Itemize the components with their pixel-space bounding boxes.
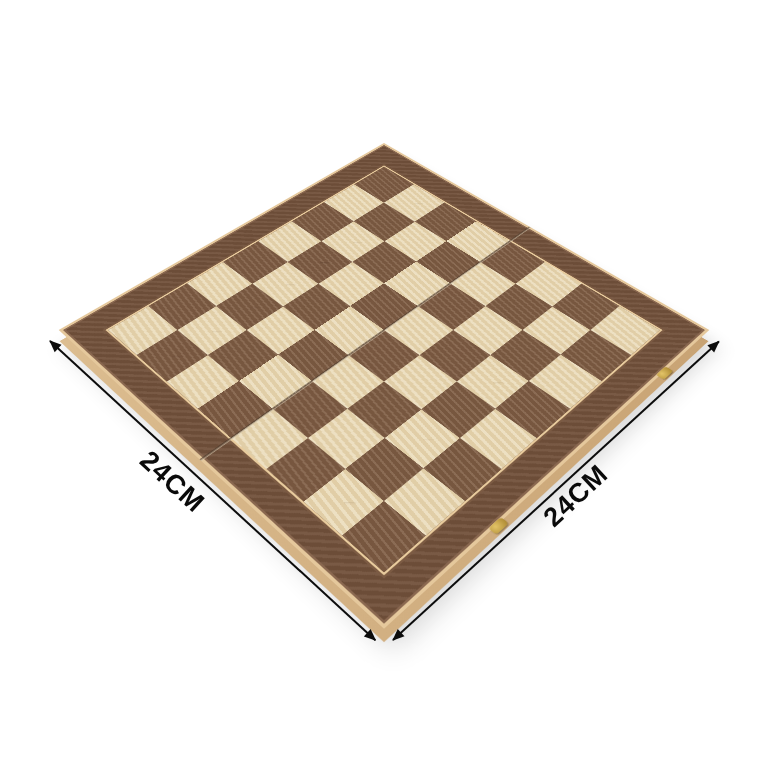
piece-black-pawn: ♟ (307, 223, 333, 266)
piece-black-knight: ♞ (338, 153, 370, 206)
piece-white-pawn: ♟ (328, 452, 361, 506)
piece-black-pawn: ♟ (198, 288, 226, 334)
square-f5 (384, 262, 450, 306)
piece-black-bishop: ♝ (201, 225, 239, 288)
board-scene: ♜♞♝♚♛♝♞♜♟♟♟♟♟♟♟♟♟♟♟♟♟♟♟♟♜♞♝♛♚♝♞♜ (154, 100, 614, 560)
piece-black-knight: ♞ (165, 251, 201, 311)
piece-black-pawn: ♟ (158, 312, 187, 360)
piece-black-pawn: ♟ (340, 203, 365, 245)
piece-white-pawn: ♟ (369, 421, 401, 474)
piece-black-bishop: ♝ (305, 167, 340, 226)
piece-black-pawn: ♟ (402, 166, 426, 206)
piece-white-knight: ♞ (404, 435, 447, 506)
piece-black-pawn: ♟ (236, 265, 263, 310)
square-a4 (231, 409, 307, 469)
chess-board: ♜♞♝♚♛♝♞♜♟♟♟♟♟♟♟♟♟♟♟♟♟♟♟♟♜♞♝♛♚♝♞♜ (59, 143, 710, 629)
brass-clasp-icon (656, 366, 673, 380)
piece-black-pawn: ♟ (273, 244, 300, 288)
piece-black-king: ♚ (234, 193, 278, 266)
piece-black-pawn: ♟ (372, 184, 397, 225)
piece-white-bishop: ♝ (441, 399, 486, 474)
piece-white-rook: ♜ (364, 474, 405, 542)
piece-black-rook: ♜ (126, 278, 160, 334)
brass-clasp-icon (488, 517, 509, 535)
